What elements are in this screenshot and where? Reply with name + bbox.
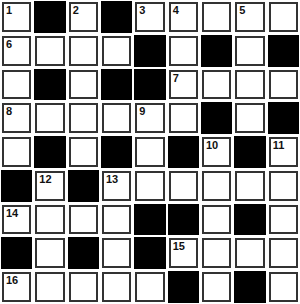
cell-r5c5[interactable] xyxy=(135,137,164,167)
cell-r5c1[interactable] xyxy=(2,137,31,167)
cell-r9c3[interactable] xyxy=(69,272,98,302)
cell-r7c4[interactable] xyxy=(102,205,131,235)
block-r7c8 xyxy=(234,204,265,236)
cell-r2c6[interactable] xyxy=(169,36,198,66)
block-r2c7 xyxy=(201,35,232,67)
cell-r4c8[interactable] xyxy=(235,103,264,133)
clue-number-1: 1 xyxy=(6,4,12,17)
cell-r2c2[interactable] xyxy=(35,36,64,66)
block-r3c5 xyxy=(134,69,165,101)
cell-r7c2[interactable] xyxy=(35,205,64,235)
block-r5c6 xyxy=(168,136,199,168)
cell-r1c9[interactable] xyxy=(269,2,298,32)
cell-r6c9[interactable] xyxy=(269,171,298,201)
block-r7c6 xyxy=(168,204,199,236)
cell-r8c4[interactable] xyxy=(102,238,131,268)
cell-r2c3[interactable] xyxy=(69,36,98,66)
block-r8c1 xyxy=(1,237,32,269)
clue-number-15: 15 xyxy=(173,240,185,253)
block-r4c9 xyxy=(268,102,299,134)
cell-r6c8[interactable] xyxy=(235,171,264,201)
cell-r7c3[interactable] xyxy=(69,205,98,235)
cell-r5c9[interactable]: 11 xyxy=(269,137,298,167)
cell-r5c7[interactable]: 10 xyxy=(202,137,231,167)
cell-r1c6[interactable]: 4 xyxy=(169,2,198,32)
cell-r9c1[interactable]: 16 xyxy=(2,272,31,302)
block-r5c2 xyxy=(34,136,65,168)
cell-r6c4[interactable]: 13 xyxy=(102,171,131,201)
cell-r4c4[interactable] xyxy=(102,103,131,133)
cell-r7c1[interactable]: 14 xyxy=(2,205,31,235)
block-r9c6 xyxy=(168,271,199,303)
cell-r9c2[interactable] xyxy=(35,272,64,302)
cell-r9c4[interactable] xyxy=(102,272,131,302)
cell-r9c7[interactable] xyxy=(202,272,231,302)
cell-r6c2[interactable]: 12 xyxy=(35,171,64,201)
cell-r1c5[interactable]: 3 xyxy=(135,2,164,32)
block-r8c3 xyxy=(68,237,99,269)
block-r1c2 xyxy=(34,1,65,33)
cell-r8c7[interactable] xyxy=(202,238,231,268)
cell-r9c9[interactable] xyxy=(269,272,298,302)
cell-r2c4[interactable] xyxy=(102,36,131,66)
clue-number-8: 8 xyxy=(6,105,12,118)
cell-r3c8[interactable] xyxy=(235,70,264,100)
clue-number-9: 9 xyxy=(139,105,145,118)
block-r7c5 xyxy=(134,204,165,236)
cell-r3c6[interactable]: 7 xyxy=(169,70,198,100)
block-r2c5 xyxy=(134,35,165,67)
clue-number-16: 16 xyxy=(6,274,18,287)
cell-r1c1[interactable]: 1 xyxy=(2,2,31,32)
block-r6c3 xyxy=(68,170,99,202)
cell-r6c5[interactable] xyxy=(135,171,164,201)
cell-r2c8[interactable] xyxy=(235,36,264,66)
cell-r1c8[interactable]: 5 xyxy=(235,2,264,32)
cell-r3c9[interactable] xyxy=(269,70,298,100)
cell-r6c7[interactable] xyxy=(202,171,231,201)
cell-r7c9[interactable] xyxy=(269,205,298,235)
cell-r4c3[interactable] xyxy=(69,103,98,133)
block-r8c5 xyxy=(134,237,165,269)
cell-r3c3[interactable] xyxy=(69,70,98,100)
clue-number-12: 12 xyxy=(39,173,51,186)
cell-r8c2[interactable] xyxy=(35,238,64,268)
clue-number-4: 4 xyxy=(173,4,179,17)
cell-r6c6[interactable] xyxy=(169,171,198,201)
block-r2c9 xyxy=(268,35,299,67)
cell-r8c8[interactable] xyxy=(235,238,264,268)
clue-number-11: 11 xyxy=(273,139,285,152)
block-r1c4 xyxy=(101,1,132,33)
clue-number-13: 13 xyxy=(106,173,118,186)
clue-number-10: 10 xyxy=(206,139,218,152)
cell-r4c6[interactable] xyxy=(169,103,198,133)
cell-r1c7[interactable] xyxy=(202,2,231,32)
block-r5c8 xyxy=(234,136,265,168)
clue-number-2: 2 xyxy=(73,4,79,17)
cell-r4c2[interactable] xyxy=(35,103,64,133)
clue-number-5: 5 xyxy=(239,4,245,17)
block-r3c4 xyxy=(101,69,132,101)
cell-r1c3[interactable]: 2 xyxy=(69,2,98,32)
crossword-board: 12345678910111213141516 xyxy=(0,0,300,304)
cell-r5c3[interactable] xyxy=(69,137,98,167)
block-r9c8 xyxy=(234,271,265,303)
cell-r4c5[interactable]: 9 xyxy=(135,103,164,133)
block-r4c7 xyxy=(201,102,232,134)
cell-r8c6[interactable]: 15 xyxy=(169,238,198,268)
cell-r9c5[interactable] xyxy=(135,272,164,302)
crossword-grid: 12345678910111213141516 xyxy=(0,0,300,304)
cell-r4c1[interactable]: 8 xyxy=(2,103,31,133)
clue-number-14: 14 xyxy=(6,207,18,220)
block-r3c2 xyxy=(34,69,65,101)
cell-r7c7[interactable] xyxy=(202,205,231,235)
cell-r3c1[interactable] xyxy=(2,70,31,100)
cell-r8c9[interactable] xyxy=(269,238,298,268)
clue-number-3: 3 xyxy=(139,4,145,17)
cell-r3c7[interactable] xyxy=(202,70,231,100)
block-r5c4 xyxy=(101,136,132,168)
clue-number-6: 6 xyxy=(6,38,12,51)
clue-number-7: 7 xyxy=(173,72,179,85)
block-r6c1 xyxy=(1,170,32,202)
cell-r2c1[interactable]: 6 xyxy=(2,36,31,66)
